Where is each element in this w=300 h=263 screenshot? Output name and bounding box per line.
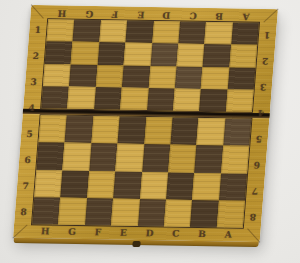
square-e7 [113,171,141,199]
square-a8 [216,200,244,228]
square-a3 [227,67,255,90]
square-g2 [71,42,99,65]
square-b7 [192,172,220,200]
square-f6 [89,143,117,171]
square-b5 [197,118,225,146]
square-c7 [166,172,194,200]
square-e6 [115,144,143,172]
square-d1 [152,21,180,44]
square-f8 [85,198,113,226]
square-f1 [99,20,127,43]
square-h6 [36,142,64,170]
square-a4 [226,89,254,112]
square-c1 [178,21,206,44]
square-d3 [148,66,176,89]
square-d4 [147,88,175,111]
clasp-hinge-hardware [132,241,140,247]
square-c8 [164,199,192,227]
square-b4 [199,89,227,112]
square-d2 [150,43,178,66]
square-c5 [170,117,198,145]
square-g1 [73,20,101,43]
square-d6 [142,144,170,172]
square-g4 [68,86,96,109]
square-f5 [91,116,119,144]
square-f2 [97,42,125,65]
chess-board: HGFEDCBA HGFEDCBA 12345678 12345678 [13,5,278,242]
square-e4 [120,87,148,110]
square-b8 [190,200,218,228]
square-a7 [219,173,247,201]
square-b2 [203,44,231,67]
square-d7 [140,171,168,199]
square-e2 [124,43,152,66]
square-g3 [69,64,97,87]
square-h8 [32,197,60,225]
square-g7 [61,170,89,198]
squares-grid-top [40,18,260,113]
square-d5 [144,117,172,145]
squares-grid-bottom [31,114,252,229]
square-h1 [46,19,74,42]
square-e8 [111,198,139,226]
square-h3 [43,64,71,87]
square-c4 [173,88,201,111]
square-a2 [229,45,257,68]
square-a1 [231,22,259,45]
square-f7 [87,171,115,199]
square-c3 [175,66,203,89]
board-half-bottom [13,114,269,242]
square-f4 [94,87,122,110]
square-c2 [176,44,204,67]
board-half-top [23,5,278,113]
square-b6 [194,145,222,173]
square-d8 [137,199,165,227]
square-g6 [63,143,91,171]
square-h7 [34,170,62,198]
square-c6 [168,145,196,173]
square-a6 [221,146,249,174]
square-b1 [204,22,232,45]
square-h5 [38,115,66,143]
square-e5 [118,117,146,145]
square-b3 [201,66,229,89]
photo-background: HGFEDCBA HGFEDCBA 12345678 12345678 [0,0,300,263]
square-h2 [45,41,73,64]
square-h4 [41,86,69,109]
square-g5 [65,116,93,144]
square-f3 [96,65,124,88]
square-g8 [58,197,86,225]
square-e3 [122,65,150,88]
square-a5 [223,118,251,146]
square-e1 [125,21,153,44]
